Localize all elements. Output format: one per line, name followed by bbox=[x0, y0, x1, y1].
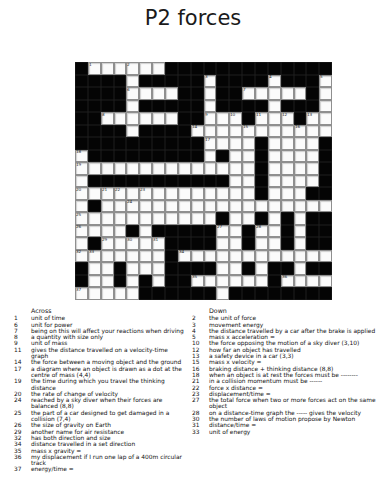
grid-cell[interactable] bbox=[294, 137, 307, 150]
black-cell bbox=[281, 262, 294, 275]
grid-cell[interactable] bbox=[204, 250, 217, 263]
grid-cell[interactable]: 15 bbox=[242, 125, 255, 138]
clue-item-text: unit of energy bbox=[203, 429, 380, 435]
black-cell bbox=[139, 100, 152, 113]
grid-cell[interactable] bbox=[191, 162, 204, 175]
grid-cell[interactable] bbox=[88, 212, 101, 225]
grid-cell[interactable] bbox=[306, 200, 319, 213]
grid-cell[interactable] bbox=[242, 175, 255, 188]
grid-cell[interactable] bbox=[114, 250, 127, 263]
grid-cell[interactable] bbox=[294, 162, 307, 175]
grid-cell[interactable] bbox=[242, 212, 255, 225]
grid-cell[interactable] bbox=[242, 187, 255, 200]
black-cell bbox=[178, 237, 191, 250]
grid-cell[interactable] bbox=[306, 137, 319, 150]
black-cell bbox=[319, 137, 332, 150]
grid-cell[interactable]: 20 bbox=[75, 187, 88, 200]
grid-cell[interactable] bbox=[319, 112, 332, 125]
grid-cell[interactable] bbox=[165, 162, 178, 175]
grid-cell[interactable] bbox=[204, 275, 217, 288]
grid-cell[interactable] bbox=[255, 262, 268, 275]
grid-cell[interactable] bbox=[306, 162, 319, 175]
grid-cell[interactable] bbox=[281, 187, 294, 200]
down-header: Down bbox=[209, 308, 380, 314]
grid-cell[interactable] bbox=[216, 125, 229, 138]
grid-cell[interactable]: 14 bbox=[191, 125, 204, 138]
down-clue-list: 2the unit of force3movement energy4the d… bbox=[192, 315, 380, 435]
grid-cell[interactable] bbox=[178, 212, 191, 225]
grid-cell[interactable] bbox=[88, 225, 101, 238]
grid-cell[interactable] bbox=[294, 187, 307, 200]
clue-item-number: 24 bbox=[14, 397, 25, 410]
black-cell bbox=[165, 100, 178, 113]
grid-cell[interactable] bbox=[319, 87, 332, 100]
grid-cell[interactable] bbox=[191, 187, 204, 200]
grid-cell[interactable] bbox=[216, 250, 229, 263]
grid-cell[interactable] bbox=[306, 175, 319, 188]
clue-number: 4 bbox=[269, 75, 271, 79]
grid-cell[interactable] bbox=[75, 175, 88, 188]
grid-cell[interactable] bbox=[139, 262, 152, 275]
black-cell bbox=[165, 262, 178, 275]
grid-cell[interactable] bbox=[101, 287, 114, 300]
grid-cell[interactable] bbox=[216, 187, 229, 200]
grid-cell[interactable] bbox=[75, 200, 88, 213]
grid-cell[interactable] bbox=[229, 237, 242, 250]
black-cell bbox=[306, 262, 319, 275]
grid-cell[interactable] bbox=[126, 100, 139, 113]
grid-cell[interactable] bbox=[268, 187, 281, 200]
black-cell bbox=[152, 287, 165, 300]
black-cell bbox=[306, 187, 319, 200]
grid-cell[interactable] bbox=[319, 100, 332, 113]
black-cell bbox=[101, 87, 114, 100]
black-cell bbox=[75, 87, 88, 100]
grid-cell[interactable] bbox=[114, 212, 127, 225]
grid-cell[interactable] bbox=[268, 100, 281, 113]
grid-cell[interactable]: 21 bbox=[101, 187, 114, 200]
black-cell bbox=[114, 100, 127, 113]
grid-cell[interactable]: 11 bbox=[255, 112, 268, 125]
grid-cell[interactable] bbox=[281, 162, 294, 175]
black-cell bbox=[216, 62, 229, 75]
black-cell bbox=[88, 237, 101, 250]
grid-cell[interactable] bbox=[178, 187, 191, 200]
grid-cell[interactable] bbox=[126, 250, 139, 263]
black-cell bbox=[88, 100, 101, 113]
grid-cell[interactable] bbox=[191, 212, 204, 225]
grid-cell[interactable] bbox=[281, 137, 294, 150]
grid-cell[interactable] bbox=[306, 250, 319, 263]
grid-cell[interactable] bbox=[126, 125, 139, 138]
grid-cell[interactable]: 33 bbox=[88, 250, 101, 263]
grid-cell[interactable] bbox=[165, 112, 178, 125]
grid-cell[interactable] bbox=[126, 187, 139, 200]
grid-cell[interactable] bbox=[126, 262, 139, 275]
grid-cell[interactable] bbox=[126, 112, 139, 125]
grid-cell[interactable]: 5 bbox=[319, 75, 332, 88]
grid-cell[interactable] bbox=[229, 212, 242, 225]
grid-cell[interactable] bbox=[101, 250, 114, 263]
black-cell bbox=[126, 150, 139, 163]
across-header: Across bbox=[31, 308, 186, 314]
black-cell bbox=[191, 237, 204, 250]
grid-cell[interactable] bbox=[268, 237, 281, 250]
grid-cell[interactable]: 32 bbox=[75, 250, 88, 263]
grid-cell[interactable] bbox=[152, 87, 165, 100]
clue-number: 11 bbox=[256, 113, 261, 117]
black-cell bbox=[165, 75, 178, 88]
grid-cell[interactable] bbox=[242, 162, 255, 175]
grid-cell[interactable] bbox=[229, 262, 242, 275]
grid-cell[interactable] bbox=[152, 200, 165, 213]
grid-cell[interactable] bbox=[114, 237, 127, 250]
black-cell bbox=[165, 62, 178, 75]
black-cell bbox=[101, 175, 114, 188]
grid-cell[interactable] bbox=[204, 125, 217, 138]
grid-cell[interactable] bbox=[229, 150, 242, 163]
grid-cell[interactable] bbox=[101, 262, 114, 275]
grid-cell[interactable] bbox=[294, 87, 307, 100]
grid-cell[interactable]: 27 bbox=[216, 225, 229, 238]
clue-item-text: the part of a car designed to get damage… bbox=[25, 410, 186, 423]
grid-cell[interactable] bbox=[191, 250, 204, 263]
grid-cell[interactable] bbox=[101, 212, 114, 225]
grid-cell[interactable]: 36 bbox=[281, 275, 294, 288]
grid-cell[interactable] bbox=[191, 200, 204, 213]
grid-cell[interactable] bbox=[152, 187, 165, 200]
grid-cell[interactable]: 35 bbox=[191, 275, 204, 288]
grid-cell[interactable] bbox=[294, 200, 307, 213]
grid-cell[interactable] bbox=[216, 162, 229, 175]
black-cell bbox=[204, 287, 217, 300]
grid-cell[interactable] bbox=[229, 187, 242, 200]
grid-cell[interactable] bbox=[126, 287, 139, 300]
grid-cell[interactable] bbox=[242, 250, 255, 263]
grid-cell[interactable] bbox=[204, 87, 217, 100]
grid-cell[interactable] bbox=[139, 62, 152, 75]
black-cell bbox=[139, 287, 152, 300]
grid-cell[interactable]: 13 bbox=[306, 112, 319, 125]
grid-cell[interactable] bbox=[255, 275, 268, 288]
grid-cell[interactable] bbox=[165, 212, 178, 225]
black-cell bbox=[216, 87, 229, 100]
black-cell bbox=[255, 62, 268, 75]
grid-cell[interactable] bbox=[114, 62, 127, 75]
grid-cell[interactable] bbox=[268, 87, 281, 100]
clue-number: 35 bbox=[192, 275, 197, 279]
black-cell bbox=[165, 225, 178, 238]
grid-cell[interactable] bbox=[268, 125, 281, 138]
black-cell bbox=[178, 275, 191, 288]
grid-cell[interactable] bbox=[216, 262, 229, 275]
grid-cell[interactable] bbox=[114, 200, 127, 213]
grid-cell[interactable] bbox=[165, 200, 178, 213]
grid-cell[interactable] bbox=[268, 175, 281, 188]
black-cell bbox=[139, 175, 152, 188]
grid-cell[interactable]: 8 bbox=[101, 112, 114, 125]
grid-cell[interactable] bbox=[114, 225, 127, 238]
grid-cell[interactable] bbox=[139, 87, 152, 100]
black-cell bbox=[306, 287, 319, 300]
grid-cell[interactable] bbox=[139, 212, 152, 225]
grid-cell[interactable] bbox=[268, 112, 281, 125]
grid-cell[interactable] bbox=[139, 200, 152, 213]
black-cell bbox=[229, 75, 242, 88]
grid-cell[interactable] bbox=[319, 275, 332, 288]
grid-cell[interactable] bbox=[229, 162, 242, 175]
black-cell bbox=[319, 262, 332, 275]
grid-cell[interactable]: 34 bbox=[178, 250, 191, 263]
grid-cell[interactable] bbox=[319, 200, 332, 213]
grid-cell[interactable] bbox=[268, 137, 281, 150]
grid-cell[interactable]: 22 bbox=[114, 187, 127, 200]
grid-cell[interactable] bbox=[139, 250, 152, 263]
grid-cell[interactable] bbox=[152, 250, 165, 263]
black-cell bbox=[242, 225, 255, 238]
grid-cell[interactable] bbox=[281, 125, 294, 138]
black-cell bbox=[255, 187, 268, 200]
grid-cell[interactable]: 17 bbox=[204, 137, 217, 150]
grid-cell[interactable] bbox=[114, 162, 127, 175]
grid-cell[interactable]: 7 bbox=[242, 87, 255, 100]
grid-cell[interactable] bbox=[126, 212, 139, 225]
black-cell bbox=[281, 287, 294, 300]
clue-number: 12 bbox=[282, 113, 287, 117]
grid-cell[interactable]: 28 bbox=[255, 225, 268, 238]
clue-item-number: 37 bbox=[14, 466, 25, 472]
grid-cell[interactable] bbox=[126, 75, 139, 88]
grid-cell[interactable] bbox=[114, 112, 127, 125]
grid-cell[interactable] bbox=[88, 287, 101, 300]
black-cell bbox=[139, 137, 152, 150]
grid-cell[interactable] bbox=[306, 275, 319, 288]
grid-cell[interactable] bbox=[216, 275, 229, 288]
black-cell bbox=[152, 137, 165, 150]
grid-cell[interactable]: 2 bbox=[126, 62, 139, 75]
grid-cell[interactable] bbox=[294, 225, 307, 238]
grid-cell[interactable]: 12 bbox=[281, 112, 294, 125]
clue-number: 17 bbox=[205, 138, 210, 142]
grid-cell[interactable] bbox=[255, 125, 268, 138]
grid-cell[interactable]: 37 bbox=[75, 287, 88, 300]
clue-number: 9 bbox=[205, 113, 207, 117]
grid-cell[interactable] bbox=[152, 275, 165, 288]
grid-cell[interactable] bbox=[152, 62, 165, 75]
grid-cell[interactable] bbox=[281, 175, 294, 188]
black-cell bbox=[294, 112, 307, 125]
grid-cell[interactable] bbox=[204, 100, 217, 113]
grid-cell[interactable]: 9 bbox=[204, 112, 217, 125]
grid-cell[interactable] bbox=[281, 87, 294, 100]
black-cell bbox=[319, 287, 332, 300]
grid-cell[interactable] bbox=[268, 212, 281, 225]
grid-cell[interactable] bbox=[101, 225, 114, 238]
black-cell bbox=[191, 150, 204, 163]
grid-cell[interactable] bbox=[255, 250, 268, 263]
grid-cell[interactable] bbox=[294, 175, 307, 188]
grid-cell[interactable]: 4 bbox=[268, 75, 281, 88]
grid-cell[interactable] bbox=[216, 287, 229, 300]
grid-cell[interactable] bbox=[152, 262, 165, 275]
grid-cell[interactable] bbox=[268, 200, 281, 213]
grid-cell[interactable] bbox=[126, 162, 139, 175]
grid-cell[interactable] bbox=[178, 162, 191, 175]
grid-cell[interactable]: 26 bbox=[75, 225, 88, 238]
grid-cell[interactable] bbox=[204, 187, 217, 200]
black-cell bbox=[242, 100, 255, 113]
grid-cell[interactable] bbox=[139, 237, 152, 250]
grid-cell[interactable]: 18 bbox=[75, 150, 88, 163]
black-cell bbox=[114, 175, 127, 188]
grid-cell[interactable] bbox=[268, 250, 281, 263]
grid-cell[interactable] bbox=[101, 275, 114, 288]
grid-cell[interactable] bbox=[294, 275, 307, 288]
grid-cell[interactable]: 23 bbox=[139, 187, 152, 200]
black-cell bbox=[319, 150, 332, 163]
grid-cell[interactable] bbox=[204, 200, 217, 213]
grid-cell[interactable] bbox=[152, 162, 165, 175]
grid-cell[interactable] bbox=[319, 250, 332, 263]
black-cell bbox=[139, 275, 152, 288]
grid-cell[interactable] bbox=[281, 250, 294, 263]
black-cell bbox=[255, 100, 268, 113]
black-cell bbox=[191, 62, 204, 75]
clue-item-text: a diagram where an object is drawn as a … bbox=[25, 366, 186, 379]
grid-cell[interactable] bbox=[242, 200, 255, 213]
grid-cell[interactable] bbox=[229, 275, 242, 288]
grid-cell[interactable] bbox=[178, 200, 191, 213]
grid-cell[interactable] bbox=[294, 262, 307, 275]
clue-number: 21 bbox=[102, 188, 107, 192]
black-cell bbox=[88, 137, 101, 150]
grid-cell[interactable] bbox=[306, 150, 319, 163]
black-cell bbox=[268, 287, 281, 300]
grid-cell[interactable]: 25 bbox=[75, 212, 88, 225]
grid-cell[interactable] bbox=[268, 150, 281, 163]
grid-cell[interactable] bbox=[255, 237, 268, 250]
grid-cell[interactable] bbox=[268, 225, 281, 238]
black-cell bbox=[75, 262, 88, 275]
black-cell bbox=[191, 87, 204, 100]
grid-cell[interactable] bbox=[101, 162, 114, 175]
grid-cell[interactable] bbox=[294, 237, 307, 250]
grid-cell[interactable] bbox=[294, 212, 307, 225]
grid-cell[interactable] bbox=[229, 125, 242, 138]
grid-cell[interactable] bbox=[294, 150, 307, 163]
grid-cell[interactable] bbox=[229, 175, 242, 188]
grid-cell[interactable]: 3 bbox=[204, 75, 217, 88]
grid-cell[interactable] bbox=[229, 200, 242, 213]
black-cell bbox=[216, 150, 229, 163]
grid-cell[interactable] bbox=[139, 112, 152, 125]
clue-number: 26 bbox=[76, 225, 81, 229]
grid-cell[interactable] bbox=[281, 200, 294, 213]
grid-cell[interactable] bbox=[216, 137, 229, 150]
grid-cell[interactable] bbox=[294, 250, 307, 263]
grid-cell[interactable] bbox=[306, 125, 319, 138]
grid-cell[interactable]: 31 bbox=[152, 237, 165, 250]
clue-item-number: 33 bbox=[192, 429, 203, 435]
grid-cell[interactable] bbox=[126, 275, 139, 288]
grid-cell[interactable] bbox=[319, 125, 332, 138]
clue-number: 30 bbox=[127, 238, 132, 242]
black-cell bbox=[101, 75, 114, 88]
grid-cell[interactable] bbox=[139, 225, 152, 238]
black-cell bbox=[191, 137, 204, 150]
grid-cell[interactable]: 10 bbox=[229, 112, 242, 125]
grid-cell[interactable] bbox=[216, 237, 229, 250]
grid-cell[interactable] bbox=[204, 162, 217, 175]
grid-cell[interactable] bbox=[139, 162, 152, 175]
grid-cell[interactable] bbox=[268, 162, 281, 175]
grid-cell[interactable] bbox=[75, 237, 88, 250]
clue-item: 33unit of energy bbox=[192, 429, 380, 435]
grid-cell[interactable] bbox=[152, 112, 165, 125]
black-cell bbox=[114, 262, 127, 275]
black-cell bbox=[229, 62, 242, 75]
grid-cell[interactable]: 24 bbox=[126, 200, 139, 213]
grid-cell[interactable]: 6 bbox=[126, 87, 139, 100]
grid-cell[interactable] bbox=[216, 112, 229, 125]
grid-cell[interactable]: 29 bbox=[101, 237, 114, 250]
black-cell bbox=[255, 287, 268, 300]
grid-cell[interactable] bbox=[101, 200, 114, 213]
grid-cell[interactable] bbox=[242, 275, 255, 288]
clue-number: 28 bbox=[256, 225, 261, 229]
black-cell bbox=[88, 175, 101, 188]
black-cell bbox=[319, 175, 332, 188]
grid-cell[interactable] bbox=[165, 87, 178, 100]
grid-cell[interactable] bbox=[165, 187, 178, 200]
grid-cell[interactable] bbox=[229, 225, 242, 238]
grid-cell[interactable] bbox=[88, 162, 101, 175]
grid-cell[interactable] bbox=[152, 212, 165, 225]
grid-cell[interactable]: 19 bbox=[75, 162, 88, 175]
black-cell bbox=[152, 75, 165, 88]
black-cell bbox=[229, 87, 242, 100]
clue-number: 25 bbox=[76, 213, 81, 217]
grid-cell[interactable]: 16 bbox=[294, 125, 307, 138]
grid-cell[interactable] bbox=[88, 275, 101, 288]
grid-cell[interactable]: 1 bbox=[88, 62, 101, 75]
grid-cell[interactable] bbox=[204, 212, 217, 225]
grid-cell[interactable] bbox=[281, 150, 294, 163]
grid-cell[interactable] bbox=[88, 262, 101, 275]
grid-cell[interactable] bbox=[255, 200, 268, 213]
black-cell bbox=[152, 100, 165, 113]
black-cell bbox=[255, 175, 268, 188]
grid-cell[interactable] bbox=[88, 187, 101, 200]
grid-cell[interactable] bbox=[216, 200, 229, 213]
grid-cell[interactable] bbox=[101, 62, 114, 75]
clue-item: 11gives the distance travelled on a velo… bbox=[14, 347, 186, 360]
clue-number: 14 bbox=[192, 125, 197, 129]
grid-cell[interactable]: 30 bbox=[126, 237, 139, 250]
grid-cell[interactable] bbox=[229, 137, 242, 150]
clue-number: 24 bbox=[127, 200, 132, 204]
grid-cell[interactable] bbox=[242, 137, 255, 150]
grid-cell[interactable] bbox=[229, 250, 242, 263]
worksheet-page: P2 forces 123456789101112131415161718192… bbox=[0, 0, 386, 500]
black-cell bbox=[306, 212, 319, 225]
grid-cell[interactable] bbox=[114, 287, 127, 300]
grid-cell[interactable] bbox=[204, 150, 217, 163]
grid-cell[interactable] bbox=[242, 150, 255, 163]
black-cell bbox=[88, 125, 101, 138]
grid-cell[interactable] bbox=[255, 87, 268, 100]
black-cell bbox=[216, 100, 229, 113]
